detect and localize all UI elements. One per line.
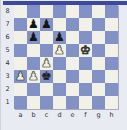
square-g3[interactable] [92, 70, 105, 83]
file-label-g: g [92, 110, 105, 120]
square-e7[interactable] [66, 18, 79, 31]
square-c6[interactable] [40, 31, 53, 44]
square-f3[interactable] [79, 70, 92, 83]
square-h5[interactable] [105, 44, 118, 57]
black-pawn-c7: ♟ [40, 18, 53, 31]
black-king-c3: ♚ [40, 70, 53, 83]
square-e6[interactable] [66, 31, 79, 44]
square-d2[interactable] [53, 83, 66, 96]
square-a3[interactable]: ♟ [14, 70, 27, 83]
square-c3[interactable]: ♚ [40, 70, 53, 83]
square-h8[interactable] [105, 5, 118, 18]
square-b2[interactable] [27, 83, 40, 96]
chess-diagram: 87654321 ♟♟♟♟♟♚♟♟♟♚ abcdefgh [0, 0, 127, 130]
square-g4[interactable] [92, 57, 105, 70]
square-f7[interactable] [79, 18, 92, 31]
file-label-b: b [27, 110, 40, 120]
white-pawn-a3: ♟ [14, 70, 27, 83]
square-e3[interactable] [66, 70, 79, 83]
file-labels: abcdefgh [14, 110, 118, 120]
file-label-e: e [66, 110, 79, 120]
square-a5[interactable] [14, 44, 27, 57]
board: ♟♟♟♟♟♚♟♟♟♚ [14, 5, 118, 109]
rank-label-6: 6 [2, 31, 13, 44]
file-label-d: d [53, 110, 66, 120]
square-h3[interactable] [105, 70, 118, 83]
square-d1[interactable] [53, 96, 66, 109]
square-c2[interactable] [40, 83, 53, 96]
square-g8[interactable] [92, 5, 105, 18]
square-g6[interactable] [92, 31, 105, 44]
square-c1[interactable] [40, 96, 53, 109]
square-d5[interactable]: ♟ [53, 44, 66, 57]
square-f8[interactable] [79, 5, 92, 18]
square-b6[interactable]: ♟ [27, 31, 40, 44]
square-d3[interactable] [53, 70, 66, 83]
square-c7[interactable]: ♟ [40, 18, 53, 31]
square-b5[interactable] [27, 44, 40, 57]
square-g5[interactable] [92, 44, 105, 57]
square-d8[interactable] [53, 5, 66, 18]
square-a2[interactable] [14, 83, 27, 96]
square-a6[interactable] [14, 31, 27, 44]
rank-label-7: 7 [2, 18, 13, 31]
rank-label-5: 5 [2, 44, 13, 57]
file-label-h: h [105, 110, 118, 120]
square-e4[interactable] [66, 57, 79, 70]
square-g7[interactable] [92, 18, 105, 31]
white-king-f5: ♚ [79, 44, 92, 57]
square-h1[interactable] [105, 96, 118, 109]
square-h6[interactable] [105, 31, 118, 44]
square-e8[interactable] [66, 5, 79, 18]
file-label-f: f [79, 110, 92, 120]
file-label-a: a [14, 110, 27, 120]
square-f5[interactable]: ♚ [79, 44, 92, 57]
file-label-c: c [40, 110, 53, 120]
square-a8[interactable] [14, 5, 27, 18]
square-e2[interactable] [66, 83, 79, 96]
white-pawn-b3: ♟ [27, 70, 40, 83]
square-f4[interactable] [79, 57, 92, 70]
square-h4[interactable] [105, 57, 118, 70]
square-f1[interactable] [79, 96, 92, 109]
square-b1[interactable] [27, 96, 40, 109]
square-d4[interactable] [53, 57, 66, 70]
square-b3[interactable]: ♟ [27, 70, 40, 83]
rank-label-1: 1 [2, 96, 13, 109]
square-g1[interactable] [92, 96, 105, 109]
white-pawn-d5: ♟ [53, 44, 66, 57]
square-f2[interactable] [79, 83, 92, 96]
rank-label-3: 3 [2, 70, 13, 83]
square-e1[interactable] [66, 96, 79, 109]
square-e5[interactable] [66, 44, 79, 57]
rank-label-2: 2 [2, 83, 13, 96]
square-g2[interactable] [92, 83, 105, 96]
rank-label-8: 8 [2, 5, 13, 18]
square-a7[interactable] [14, 18, 27, 31]
black-pawn-b6: ♟ [27, 31, 40, 44]
square-h7[interactable] [105, 18, 118, 31]
rank-label-4: 4 [2, 57, 13, 70]
square-h2[interactable] [105, 83, 118, 96]
rank-labels: 87654321 [2, 5, 13, 109]
square-a1[interactable] [14, 96, 27, 109]
